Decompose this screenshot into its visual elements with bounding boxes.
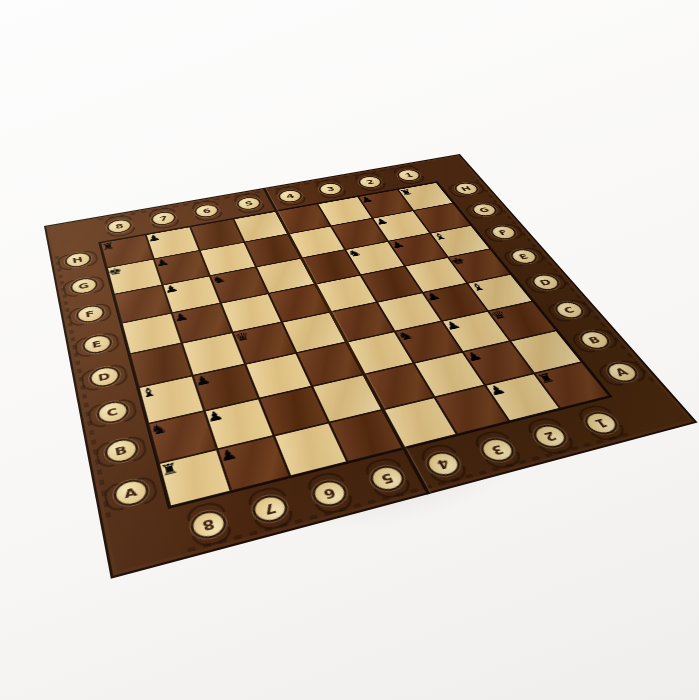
- piece-white-pawn[interactable]: ♟: [373, 216, 391, 227]
- scroll-ornament-icon: [79, 369, 98, 393]
- coordinate-label-rank-7: 7: [249, 492, 292, 526]
- piece-black-queen[interactable]: ♛: [232, 329, 252, 344]
- scroll-ornament-icon: [430, 466, 471, 486]
- scroll-ornament-icon: [83, 249, 99, 267]
- scroll-ornament-icon: [191, 527, 234, 550]
- coordinate-label-rank-2: 2: [528, 422, 572, 451]
- scroll-ornament-icon: [254, 511, 296, 533]
- scroll-ornament-icon: [184, 500, 225, 522]
- piece-black-knight[interactable]: ♞: [148, 420, 169, 439]
- scroll-ornament-icon: [89, 274, 106, 293]
- coordinate-label-file-a: A: [601, 360, 643, 385]
- coordinate-label-rank-3: 3: [476, 435, 520, 465]
- coordinate-label-rank-6: 6: [308, 477, 351, 510]
- piece-black-pawn[interactable]: ♟: [172, 310, 190, 324]
- piece-black-rook[interactable]: ♜: [100, 240, 116, 252]
- piece-black-king[interactable]: ♚: [107, 265, 124, 278]
- scroll-ornament-icon: [538, 438, 578, 457]
- coordinate-label-file-a: A: [111, 477, 151, 510]
- piece-black-pawn[interactable]: ♟: [193, 372, 213, 389]
- piece-black-knight[interactable]: ♞: [210, 273, 228, 286]
- scroll-ornament-icon: [67, 307, 84, 328]
- scroll-ornament-icon: [245, 484, 286, 505]
- scroll-ornament-icon: [590, 425, 629, 443]
- piece-white-pawn[interactable]: ♟: [442, 318, 464, 333]
- scroll-ornament-icon: [96, 301, 114, 321]
- scroll-ornament-icon: [314, 495, 356, 517]
- rail-left-file-letters: HGFEDCBA: [49, 243, 170, 524]
- coordinate-label-file-e: E: [80, 333, 113, 356]
- coordinate-label-rank-8: 8: [187, 507, 229, 542]
- square-f2[interactable]: ♟: [388, 233, 448, 266]
- coordinate-label-rank-5: 5: [366, 462, 409, 494]
- piece-black-bishop[interactable]: ♝: [139, 384, 159, 401]
- coordinate-label-rank-1: 1: [579, 409, 623, 437]
- scroll-ornament-icon: [304, 470, 344, 490]
- coordinate-label-file-b: B: [102, 436, 140, 466]
- piece-white-queen[interactable]: ♛: [488, 308, 510, 322]
- scroll-ornament-icon: [573, 403, 611, 421]
- piece-black-pawn[interactable]: ♟: [146, 232, 162, 244]
- coordinate-label-rank-4: 4: [421, 448, 464, 479]
- scroll-ornament-icon: [485, 452, 525, 472]
- piece-black-pawn[interactable]: ♟: [204, 407, 225, 425]
- piece-black-pawn[interactable]: ♟: [217, 445, 239, 465]
- scroll-ornament-icon: [416, 442, 455, 461]
- coordinate-label-file-d: D: [87, 364, 121, 389]
- piece-white-knight[interactable]: ♞: [395, 328, 416, 343]
- square-e4[interactable]: [315, 275, 377, 312]
- piece-white-pawn[interactable]: ♟: [423, 290, 444, 304]
- piece-black-pawn[interactable]: ♟: [162, 282, 180, 295]
- photo-scene: 87654321 87654321 HGFEDCBA HGFEDCBA ♜♟♟♜…: [0, 0, 699, 700]
- coordinate-label-file-b: B: [575, 329, 615, 352]
- piece-black-rook[interactable]: ♜: [159, 459, 181, 479]
- rail-slot-file-d: D: [511, 264, 581, 301]
- scroll-ornament-icon: [522, 415, 561, 433]
- piece-black-pawn[interactable]: ♟: [154, 256, 171, 268]
- scroll-ornament-icon: [470, 428, 509, 447]
- scroll-ornament-icon: [361, 456, 401, 476]
- coordinate-label-file-c: C: [94, 399, 130, 426]
- piece-white-knight[interactable]: ♞: [345, 247, 364, 259]
- chess-board: 87654321 87654321 HGFEDCBA HGFEDCBA ♜♟♟♜…: [44, 154, 698, 579]
- scroll-ornament-icon: [373, 480, 414, 501]
